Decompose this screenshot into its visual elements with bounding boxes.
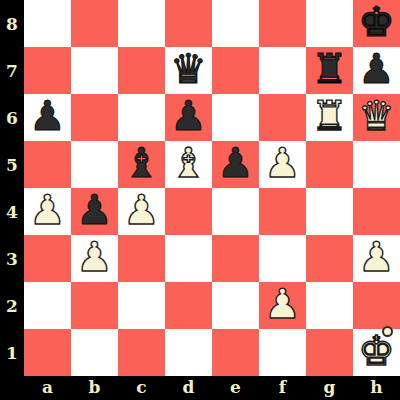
rank-label-7: 7 [0,47,24,94]
square-a2 [24,282,71,329]
rank-label-6: 6 [0,94,24,141]
square-d6: ♟ [165,94,212,141]
square-h8: ♚ [353,0,400,47]
square-f1 [259,329,306,376]
black-pawn-b4: ♟ [76,188,113,234]
file-label-a: a [24,376,71,400]
white-bishop-d5: ♝ [170,141,207,187]
square-h6: ♛ [353,94,400,141]
square-h3: ♟ [353,235,400,282]
file-label-b: b [71,376,118,400]
square-a6: ♟ [24,94,71,141]
white-pawn-f5: ♟ [264,141,301,187]
square-e4 [212,188,259,235]
square-c1 [118,329,165,376]
square-f6 [259,94,306,141]
square-a1 [24,329,71,376]
white-pawn-h3: ♟ [358,235,395,281]
square-d5: ♝ [165,141,212,188]
square-e8 [212,0,259,47]
square-e5: ♟ [212,141,259,188]
square-g1 [306,329,353,376]
square-g2 [306,282,353,329]
square-a5 [24,141,71,188]
square-b6 [71,94,118,141]
square-a8 [24,0,71,47]
square-b7 [71,47,118,94]
black-bishop-c5: ♝ [123,141,160,187]
white-pawn-f2: ♟ [264,282,301,328]
square-d8 [165,0,212,47]
square-d3 [165,235,212,282]
square-f2: ♟ [259,282,306,329]
black-pawn-h7: ♟ [358,47,395,93]
square-h7: ♟ [353,47,400,94]
square-c8 [118,0,165,47]
file-label-d: d [165,376,212,400]
white-queen-h6: ♛ [358,94,395,140]
square-g5 [306,141,353,188]
square-g8 [306,0,353,47]
square-f3 [259,235,306,282]
square-h1: ♚ [353,329,400,376]
square-a7 [24,47,71,94]
white-pawn-c4: ♟ [123,188,160,234]
square-d4 [165,188,212,235]
square-b1 [71,329,118,376]
rank-label-1: 1 [0,329,24,376]
white-pawn-a4: ♟ [29,188,66,234]
square-b2 [71,282,118,329]
rank-label-4: 4 [0,188,24,235]
file-label-f: f [259,376,306,400]
square-h5 [353,141,400,188]
square-f8 [259,0,306,47]
file-label-h: h [353,376,400,400]
white-pawn-b3: ♟ [76,235,113,281]
square-e2 [212,282,259,329]
square-g3 [306,235,353,282]
square-f5: ♟ [259,141,306,188]
square-c4: ♟ [118,188,165,235]
black-pawn-d6: ♟ [170,94,207,140]
chess-diagram: 87654321 ♚♛♜♟♟♟♜♛♝♝♟♟♟♟♟♟♟♟♚ abcdefgh [0,0,400,400]
square-c5: ♝ [118,141,165,188]
square-e1 [212,329,259,376]
square-e6 [212,94,259,141]
square-h4 [353,188,400,235]
square-d2 [165,282,212,329]
white-rook-g6: ♜ [311,94,348,140]
square-d7: ♛ [165,47,212,94]
rank-label-2: 2 [0,282,24,329]
black-pawn-e5: ♟ [217,141,254,187]
black-pawn-a6: ♟ [29,94,66,140]
rank-labels: 87654321 [0,0,24,376]
square-a4: ♟ [24,188,71,235]
square-b3: ♟ [71,235,118,282]
square-e3 [212,235,259,282]
file-label-c: c [118,376,165,400]
file-label-e: e [212,376,259,400]
black-rook-g7: ♜ [311,47,348,93]
square-e7 [212,47,259,94]
square-b4: ♟ [71,188,118,235]
square-f4 [259,188,306,235]
black-queen-d7: ♛ [170,47,207,93]
square-b8 [71,0,118,47]
square-c3 [118,235,165,282]
square-a3 [24,235,71,282]
chess-board: ♚♛♜♟♟♟♜♛♝♝♟♟♟♟♟♟♟♟♚ [24,0,400,376]
white-to-move-indicator [382,326,393,337]
rank-label-5: 5 [0,141,24,188]
square-b5 [71,141,118,188]
square-c2 [118,282,165,329]
square-f7 [259,47,306,94]
square-d1 [165,329,212,376]
square-h2 [353,282,400,329]
black-king-h8: ♚ [358,0,395,46]
file-labels: abcdefgh [24,376,400,400]
square-g7: ♜ [306,47,353,94]
square-g6: ♜ [306,94,353,141]
square-g4 [306,188,353,235]
square-c7 [118,47,165,94]
square-c6 [118,94,165,141]
rank-label-8: 8 [0,0,24,47]
rank-label-3: 3 [0,235,24,282]
file-label-g: g [306,376,353,400]
